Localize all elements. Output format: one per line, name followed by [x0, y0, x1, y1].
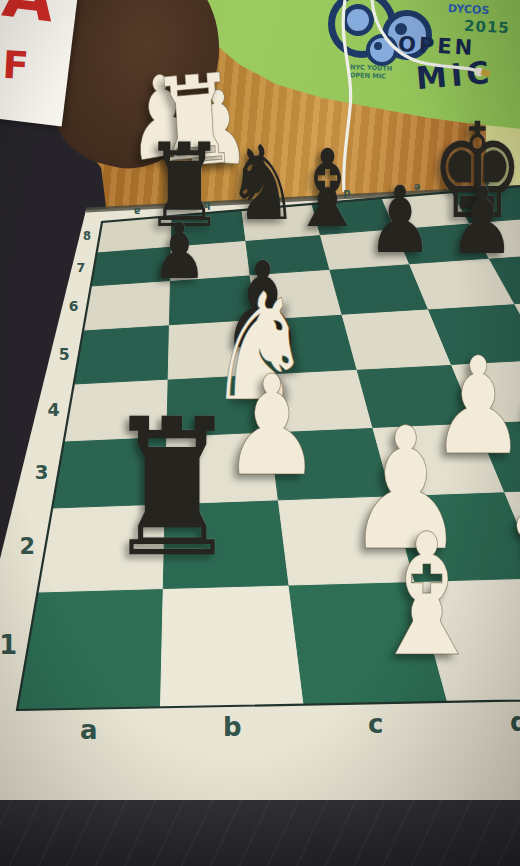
file-label-near-a: a	[80, 715, 98, 745]
rank-label-4: 4	[47, 400, 59, 420]
square-a1	[17, 589, 163, 710]
rank-label-6: 6	[69, 298, 79, 314]
rank-label-2: 2	[20, 533, 36, 559]
rank-label-3: 3	[35, 461, 49, 484]
file-label-near-c: c	[368, 709, 383, 739]
square-a5	[74, 325, 170, 384]
rank-label-8: 8	[83, 229, 91, 243]
file-label-near-d: d	[510, 707, 520, 737]
rank-label-1: 1	[0, 630, 17, 660]
file-label-far-a: a	[134, 206, 141, 217]
square-b1	[161, 585, 305, 707]
photo-scene: DYCOS 2015 OPEN MIC NYC YOUTH OPEN MIC A…	[0, 0, 520, 866]
rank-label-5: 5	[59, 346, 70, 364]
rank-label-7: 7	[77, 260, 86, 275]
file-label-near-b: b	[223, 712, 242, 742]
